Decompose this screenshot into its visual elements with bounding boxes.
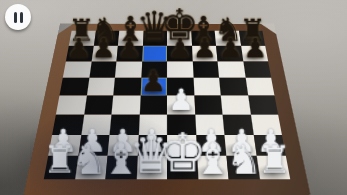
square-g7[interactable]: ♟	[216, 46, 243, 62]
square-h4[interactable]	[248, 96, 278, 115]
square-h6[interactable]	[243, 61, 271, 78]
square-g6[interactable]	[218, 61, 246, 78]
white-pawn[interactable]: ♟	[168, 86, 194, 114]
black-pawn[interactable]: ♟	[92, 36, 116, 62]
square-a7[interactable]: ♟	[66, 46, 93, 62]
pause-button[interactable]	[5, 4, 31, 30]
square-f1[interactable]: ♝	[197, 156, 229, 179]
square-a6[interactable]	[63, 61, 91, 78]
square-c6[interactable]	[115, 61, 142, 78]
black-pawn[interactable]: ♟	[193, 36, 217, 62]
black-pawn[interactable]: ♟	[168, 36, 192, 62]
square-c7[interactable]: ♟	[116, 46, 142, 62]
square-b5[interactable]	[86, 78, 115, 96]
white-knight[interactable]: ♞	[72, 141, 108, 180]
board-grid: ♜♞♝♛♚♝♞♜♟♟♟♟♟♟♟♟♟♟♟♟♟♟♟♟♜♞♝♛♚♝♞♜	[44, 31, 290, 179]
square-h5[interactable]	[245, 78, 274, 96]
square-e7[interactable]: ♟	[167, 46, 192, 62]
square-d4[interactable]	[139, 96, 167, 115]
square-f4[interactable]	[194, 96, 223, 115]
square-d8[interactable]: ♛	[142, 31, 167, 46]
white-rook[interactable]: ♜	[258, 143, 292, 179]
square-a4[interactable]	[56, 96, 86, 115]
square-d5[interactable]: ♟	[140, 78, 167, 96]
square-f6[interactable]	[192, 61, 219, 78]
square-d1[interactable]: ♛	[136, 156, 167, 179]
square-c5[interactable]	[113, 78, 141, 96]
square-b6[interactable]	[89, 61, 117, 78]
square-b1[interactable]: ♞	[75, 156, 108, 179]
black-pawn[interactable]: ♟	[218, 36, 242, 62]
square-f7[interactable]: ♟	[192, 46, 218, 62]
black-pawn[interactable]: ♟	[243, 36, 267, 62]
square-g1[interactable]: ♞	[226, 156, 259, 179]
white-knight[interactable]: ♞	[226, 141, 262, 180]
square-f5[interactable]	[193, 78, 221, 96]
square-e4[interactable]: ♟	[167, 96, 195, 115]
chess-board: ♜♞♝♛♚♝♞♜♟♟♟♟♟♟♟♟♟♟♟♟♟♟♟♟♜♞♝♛♚♝♞♜	[18, 24, 316, 195]
black-pawn[interactable]: ♟	[66, 36, 90, 62]
board-perspective-wrapper: ♜♞♝♛♚♝♞♜♟♟♟♟♟♟♟♟♟♟♟♟♟♟♟♟♜♞♝♛♚♝♞♜	[60, 24, 274, 195]
square-g4[interactable]	[221, 96, 251, 115]
square-d7[interactable]	[142, 46, 167, 62]
pause-icon	[20, 12, 23, 23]
black-pawn[interactable]: ♟	[117, 36, 141, 62]
square-b7[interactable]: ♟	[91, 46, 118, 62]
square-b4[interactable]	[84, 96, 114, 115]
square-c1[interactable]: ♝	[105, 156, 137, 179]
game-scene: ♜♞♝♛♚♝♞♜♟♟♟♟♟♟♟♟♟♟♟♟♟♟♟♟♜♞♝♛♚♝♞♜	[0, 0, 347, 195]
square-a5[interactable]	[59, 78, 88, 96]
square-c4[interactable]	[111, 96, 140, 115]
pause-icon	[14, 12, 17, 23]
square-g5[interactable]	[219, 78, 248, 96]
square-h7[interactable]: ♟	[241, 46, 268, 62]
black-pawn[interactable]: ♟	[141, 68, 167, 95]
square-e6[interactable]	[167, 61, 193, 78]
